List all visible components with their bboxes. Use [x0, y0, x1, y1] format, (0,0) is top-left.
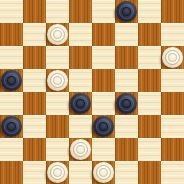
- square-f3: [115, 115, 138, 138]
- square-h2[interactable]: [161, 138, 184, 161]
- square-e8: [92, 0, 115, 23]
- square-b8[interactable]: [23, 0, 46, 23]
- white-man-c5[interactable]: [47, 70, 68, 91]
- square-h7: [161, 23, 184, 46]
- black-man-f4[interactable]: [116, 93, 137, 114]
- square-c3[interactable]: [46, 115, 69, 138]
- square-e1[interactable]: [92, 161, 115, 184]
- square-a7[interactable]: [0, 23, 23, 46]
- black-man-f8[interactable]: [116, 1, 137, 22]
- square-a2: [0, 138, 23, 161]
- square-d5: [69, 69, 92, 92]
- white-man-e1[interactable]: [93, 162, 114, 183]
- white-man-c1[interactable]: [47, 162, 68, 183]
- square-d7: [69, 23, 92, 46]
- square-e4: [92, 92, 115, 115]
- square-e2: [92, 138, 115, 161]
- square-d6[interactable]: [69, 46, 92, 69]
- square-h5: [161, 69, 184, 92]
- square-f8[interactable]: [115, 0, 138, 23]
- white-man-c7[interactable]: [47, 24, 68, 45]
- square-g7[interactable]: [138, 23, 161, 46]
- square-f5: [115, 69, 138, 92]
- square-h1: [161, 161, 184, 184]
- square-c7[interactable]: [46, 23, 69, 46]
- black-man-e3[interactable]: [93, 116, 114, 137]
- square-h3: [161, 115, 184, 138]
- square-f7: [115, 23, 138, 46]
- square-c6: [46, 46, 69, 69]
- square-b6[interactable]: [23, 46, 46, 69]
- square-h8[interactable]: [161, 0, 184, 23]
- square-g1[interactable]: [138, 161, 161, 184]
- square-f6[interactable]: [115, 46, 138, 69]
- black-man-a5[interactable]: [1, 70, 22, 91]
- square-d2[interactable]: [69, 138, 92, 161]
- square-c4: [46, 92, 69, 115]
- square-c5[interactable]: [46, 69, 69, 92]
- square-c8: [46, 0, 69, 23]
- square-e6: [92, 46, 115, 69]
- square-d4[interactable]: [69, 92, 92, 115]
- square-c1[interactable]: [46, 161, 69, 184]
- square-a8: [0, 0, 23, 23]
- square-a5[interactable]: [0, 69, 23, 92]
- square-g4: [138, 92, 161, 115]
- square-f2[interactable]: [115, 138, 138, 161]
- square-e3[interactable]: [92, 115, 115, 138]
- square-g8: [138, 0, 161, 23]
- square-b5: [23, 69, 46, 92]
- white-man-d2[interactable]: [70, 139, 91, 160]
- square-e5[interactable]: [92, 69, 115, 92]
- square-g6: [138, 46, 161, 69]
- square-c2: [46, 138, 69, 161]
- square-a3[interactable]: [0, 115, 23, 138]
- square-a6: [0, 46, 23, 69]
- white-man-h6[interactable]: [162, 47, 183, 68]
- square-h4[interactable]: [161, 92, 184, 115]
- square-g5[interactable]: [138, 69, 161, 92]
- black-man-d4[interactable]: [70, 93, 91, 114]
- square-b1: [23, 161, 46, 184]
- square-g2: [138, 138, 161, 161]
- checkers-board: [0, 0, 184, 184]
- square-a4: [0, 92, 23, 115]
- square-b2[interactable]: [23, 138, 46, 161]
- square-d8[interactable]: [69, 0, 92, 23]
- square-b4[interactable]: [23, 92, 46, 115]
- black-man-a3[interactable]: [1, 116, 22, 137]
- square-e7[interactable]: [92, 23, 115, 46]
- square-d3: [69, 115, 92, 138]
- square-f1: [115, 161, 138, 184]
- square-a1[interactable]: [0, 161, 23, 184]
- square-f4[interactable]: [115, 92, 138, 115]
- square-b7: [23, 23, 46, 46]
- square-b3: [23, 115, 46, 138]
- square-g3[interactable]: [138, 115, 161, 138]
- square-h6[interactable]: [161, 46, 184, 69]
- square-d1: [69, 161, 92, 184]
